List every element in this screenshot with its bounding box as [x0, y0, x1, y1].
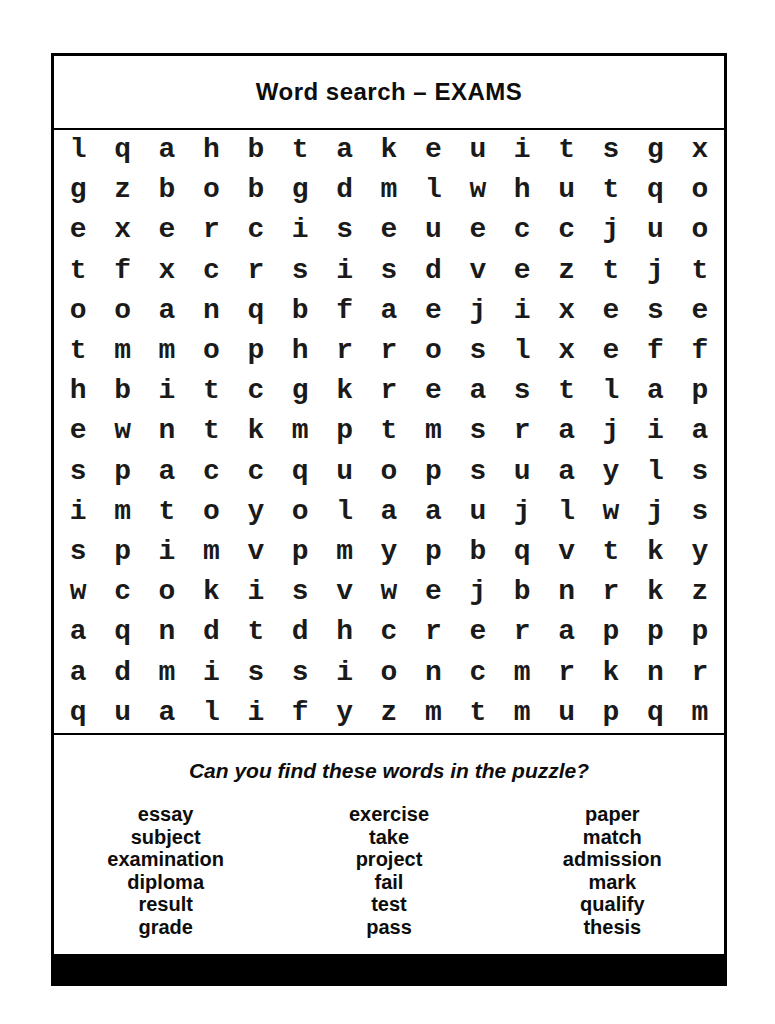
grid-cell: d: [336, 176, 353, 204]
grid-cell: u: [558, 176, 575, 204]
grid-cell: i: [336, 659, 353, 687]
grid-cell: z: [558, 257, 575, 285]
grid-cell: g: [70, 176, 87, 204]
word-item: mark: [501, 871, 724, 894]
grid-cell: a: [159, 699, 176, 727]
grid-cell: s: [603, 136, 620, 164]
word-item: grade: [54, 916, 277, 939]
grid-cell: u: [114, 699, 131, 727]
grid-cell: r: [558, 659, 575, 687]
grid-cell: r: [203, 216, 220, 244]
grid-cell: m: [514, 699, 531, 727]
grid-cell: j: [603, 216, 620, 244]
grid-cell: l: [203, 699, 220, 727]
word-item: qualify: [501, 893, 724, 916]
grid-cell: i: [292, 216, 309, 244]
grid-cell: f: [691, 337, 708, 365]
words-section: Can you find these words in the puzzle? …: [54, 735, 724, 954]
grid-cell: n: [159, 618, 176, 646]
grid-cell: a: [647, 377, 664, 405]
grid-cell: r: [247, 257, 264, 285]
grid-cell: p: [647, 618, 664, 646]
puzzle-frame: Word search – EXAMS lqahbtakeuitsgxgzbob…: [51, 53, 727, 986]
grid-cell: c: [203, 458, 220, 486]
grid-cell: z: [114, 176, 131, 204]
grid-cell: n: [425, 659, 442, 687]
grid-cell: j: [469, 297, 486, 325]
grid-cell: j: [469, 578, 486, 606]
grid-cell: i: [647, 417, 664, 445]
grid-cell: t: [159, 498, 176, 526]
grid-cell: e: [70, 417, 87, 445]
word-item: take: [277, 826, 500, 849]
grid-cell: u: [558, 699, 575, 727]
grid-cell: t: [603, 176, 620, 204]
grid-cell: o: [203, 337, 220, 365]
grid-cell: c: [247, 216, 264, 244]
word-item: thesis: [501, 916, 724, 939]
grid-cell: y: [247, 498, 264, 526]
grid-cell: x: [691, 136, 708, 164]
grid-cell: e: [469, 618, 486, 646]
grid-cell: b: [159, 176, 176, 204]
grid-cell: x: [558, 337, 575, 365]
grid-cell: t: [469, 699, 486, 727]
grid-cell: s: [292, 659, 309, 687]
grid-cell: s: [247, 659, 264, 687]
grid-cell: l: [70, 136, 87, 164]
grid-cell: e: [603, 297, 620, 325]
word-search-grid: lqahbtakeuitsgxgzbobgdmlwhutqoexerciseue…: [54, 130, 724, 735]
grid-cell: o: [381, 458, 398, 486]
grid-cell: w: [381, 578, 398, 606]
grid-cell: u: [425, 216, 442, 244]
grid-cell: m: [159, 659, 176, 687]
word-column: papermatchadmissionmarkqualifythesis: [501, 803, 724, 938]
grid-cell: l: [603, 377, 620, 405]
grid-cell: t: [70, 337, 87, 365]
grid-cell: r: [381, 377, 398, 405]
grid-cell: u: [336, 458, 353, 486]
grid-cell: e: [70, 216, 87, 244]
word-item: examination: [54, 848, 277, 871]
grid-cell: m: [691, 699, 708, 727]
grid-cell: y: [381, 538, 398, 566]
grid-cell: a: [159, 297, 176, 325]
grid-cell: w: [70, 578, 87, 606]
grid-cell: t: [70, 257, 87, 285]
grid-cell: p: [114, 538, 131, 566]
grid-cell: t: [247, 618, 264, 646]
grid-cell: m: [514, 659, 531, 687]
grid-cell: u: [514, 458, 531, 486]
grid-cell: t: [558, 377, 575, 405]
puzzle-page: Word search – EXAMS lqahbtakeuitsgxgzbob…: [0, 0, 775, 1024]
grid-cell: e: [381, 216, 398, 244]
grid-cell: d: [114, 659, 131, 687]
grid-cell: t: [203, 377, 220, 405]
grid-cell: q: [70, 699, 87, 727]
grid-cell: p: [691, 618, 708, 646]
grid-cell: l: [647, 458, 664, 486]
grid-cell: c: [381, 618, 398, 646]
grid-cell: r: [381, 337, 398, 365]
grid-cell: p: [603, 618, 620, 646]
grid-cell: m: [292, 417, 309, 445]
title-section: Word search – EXAMS: [54, 56, 724, 130]
grid-cell: v: [247, 538, 264, 566]
grid-cell: f: [336, 297, 353, 325]
grid-cell: p: [336, 417, 353, 445]
word-column: essaysubjectexaminationdiplomaresultgrad…: [54, 803, 277, 938]
grid-cell: i: [336, 257, 353, 285]
grid-cell: a: [381, 498, 398, 526]
grid-cell: l: [425, 176, 442, 204]
grid-cell: k: [647, 578, 664, 606]
word-item: paper: [501, 803, 724, 826]
grid-cell: e: [425, 377, 442, 405]
grid-cell: t: [691, 257, 708, 285]
grid-cell: s: [70, 538, 87, 566]
grid-cell: c: [247, 377, 264, 405]
grid-cell: a: [70, 659, 87, 687]
grid-cell: k: [203, 578, 220, 606]
grid-cell: q: [114, 618, 131, 646]
grid-cell: c: [114, 578, 131, 606]
grid-cell: c: [203, 257, 220, 285]
grid-cell: k: [336, 377, 353, 405]
grid-cell: w: [603, 498, 620, 526]
grid-cell: s: [514, 377, 531, 405]
grid-cell: o: [114, 297, 131, 325]
grid-cell: d: [425, 257, 442, 285]
grid-cell: x: [159, 257, 176, 285]
grid-cell: r: [514, 618, 531, 646]
word-column: exercisetakeprojectfailtestpass: [277, 803, 500, 938]
grid-cell: k: [381, 136, 398, 164]
word-item: admission: [501, 848, 724, 871]
grid-cell: e: [159, 216, 176, 244]
grid-cell: p: [603, 699, 620, 727]
grid-cell: s: [292, 257, 309, 285]
grid-cell: e: [425, 297, 442, 325]
grid-cell: e: [425, 136, 442, 164]
grid-cell: m: [381, 176, 398, 204]
grid-cell: h: [514, 176, 531, 204]
grid-cell: a: [425, 498, 442, 526]
grid-cell: i: [514, 297, 531, 325]
grid-cell: z: [381, 699, 398, 727]
word-item: match: [501, 826, 724, 849]
grid-cell: c: [469, 659, 486, 687]
grid-cell: r: [514, 417, 531, 445]
grid-cell: w: [114, 417, 131, 445]
grid-cell: f: [292, 699, 309, 727]
grid-cell: u: [647, 216, 664, 244]
grid-cell: h: [336, 618, 353, 646]
grid-cell: y: [603, 458, 620, 486]
grid-cell: o: [425, 337, 442, 365]
word-item: exercise: [277, 803, 500, 826]
grid-cell: s: [381, 257, 398, 285]
grid-cell: j: [647, 257, 664, 285]
grid-cell: c: [558, 216, 575, 244]
grid-cell: a: [558, 458, 575, 486]
grid-cell: a: [159, 136, 176, 164]
grid-cell: f: [114, 257, 131, 285]
grid-cell: x: [114, 216, 131, 244]
grid-cell: v: [336, 578, 353, 606]
grid-cell: d: [203, 618, 220, 646]
grid-cell: s: [292, 578, 309, 606]
grid-cell: b: [114, 377, 131, 405]
word-item: test: [277, 893, 500, 916]
word-list: essaysubjectexaminationdiplomaresultgrad…: [54, 803, 724, 938]
grid-cell: l: [514, 337, 531, 365]
grid-cell: n: [203, 297, 220, 325]
grid-cell: q: [292, 458, 309, 486]
grid-cell: o: [203, 176, 220, 204]
grid-cell: c: [247, 458, 264, 486]
grid-cell: a: [691, 417, 708, 445]
grid-cell: s: [691, 458, 708, 486]
grid-cell: r: [691, 659, 708, 687]
grid-cell: e: [691, 297, 708, 325]
grid-cell: v: [558, 538, 575, 566]
word-list-prompt: Can you find these words in the puzzle?: [54, 759, 724, 783]
grid-cell: n: [159, 417, 176, 445]
word-item: subject: [54, 826, 277, 849]
grid-cell: y: [336, 699, 353, 727]
grid-cell: s: [647, 297, 664, 325]
word-item: fail: [277, 871, 500, 894]
grid-cell: b: [469, 538, 486, 566]
grid-cell: m: [114, 337, 131, 365]
grid-cell: a: [159, 458, 176, 486]
grid-cell: n: [558, 578, 575, 606]
grid-cell: s: [70, 458, 87, 486]
grid-cell: j: [603, 417, 620, 445]
grid-cell: p: [247, 337, 264, 365]
grid-cell: e: [469, 216, 486, 244]
grid-cell: m: [425, 417, 442, 445]
word-item: diploma: [54, 871, 277, 894]
grid-cell: j: [514, 498, 531, 526]
grid-cell: o: [691, 216, 708, 244]
grid-cell: p: [292, 538, 309, 566]
grid-cell: n: [647, 659, 664, 687]
grid-cell: s: [691, 498, 708, 526]
grid-cell: t: [203, 417, 220, 445]
word-item: project: [277, 848, 500, 871]
grid-cell: k: [247, 417, 264, 445]
grid-cell: b: [247, 136, 264, 164]
grid-cell: u: [469, 136, 486, 164]
grid-cell: p: [114, 458, 131, 486]
grid-cell: g: [647, 136, 664, 164]
grid-cell: m: [159, 337, 176, 365]
grid-cell: p: [691, 377, 708, 405]
grid-cell: l: [336, 498, 353, 526]
word-item: pass: [277, 916, 500, 939]
grid-cell: o: [292, 498, 309, 526]
grid-cell: d: [292, 618, 309, 646]
grid-cell: e: [425, 578, 442, 606]
grid-cell: u: [469, 498, 486, 526]
grid-cell: t: [292, 136, 309, 164]
grid-cell: g: [292, 176, 309, 204]
grid-cell: a: [558, 417, 575, 445]
grid-cell: b: [292, 297, 309, 325]
grid-cell: i: [159, 377, 176, 405]
grid-cell: k: [647, 538, 664, 566]
word-item: essay: [54, 803, 277, 826]
grid-cell: a: [381, 297, 398, 325]
grid-cell: x: [558, 297, 575, 325]
grid-cell: q: [647, 699, 664, 727]
grid-cell: t: [603, 538, 620, 566]
grid-cell: r: [603, 578, 620, 606]
grid-cell: b: [247, 176, 264, 204]
grid-cell: m: [203, 538, 220, 566]
grid-cell: i: [70, 498, 87, 526]
word-item: result: [54, 893, 277, 916]
grid-cell: w: [469, 176, 486, 204]
grid-cell: j: [647, 498, 664, 526]
grid-cell: t: [558, 136, 575, 164]
grid-cell: i: [159, 538, 176, 566]
grid-cell: o: [203, 498, 220, 526]
grid-cell: a: [469, 377, 486, 405]
grid-cell: q: [114, 136, 131, 164]
grid-cell: c: [514, 216, 531, 244]
grid-cell: r: [336, 337, 353, 365]
grid-cell: z: [691, 578, 708, 606]
grid-cell: g: [292, 377, 309, 405]
grid-cell: i: [247, 578, 264, 606]
grid-cell: a: [336, 136, 353, 164]
footer-bar: [54, 954, 724, 983]
grid-cell: i: [514, 136, 531, 164]
grid-cell: k: [603, 659, 620, 687]
grid-cell: l: [558, 498, 575, 526]
grid-cell: h: [292, 337, 309, 365]
grid-cell: b: [514, 578, 531, 606]
grid-cell: o: [381, 659, 398, 687]
grid-cell: m: [336, 538, 353, 566]
grid-cell: f: [647, 337, 664, 365]
grid-cell: m: [425, 699, 442, 727]
grid-cell: q: [514, 538, 531, 566]
grid-cell: s: [336, 216, 353, 244]
grid-cell: a: [558, 618, 575, 646]
grid-cell: m: [114, 498, 131, 526]
grid-cell: o: [70, 297, 87, 325]
grid-cell: i: [247, 699, 264, 727]
page-title: Word search – EXAMS: [256, 78, 522, 106]
grid-cell: h: [70, 377, 87, 405]
grid-cell: e: [514, 257, 531, 285]
grid-cell: r: [425, 618, 442, 646]
grid-cell: o: [159, 578, 176, 606]
grid-cell: v: [469, 257, 486, 285]
grid-cell: t: [603, 257, 620, 285]
grid-cell: y: [691, 538, 708, 566]
grid-cell: p: [425, 458, 442, 486]
grid-cell: e: [603, 337, 620, 365]
grid-cell: p: [425, 538, 442, 566]
grid-cell: o: [691, 176, 708, 204]
grid-cell: s: [469, 458, 486, 486]
grid-cell: i: [203, 659, 220, 687]
grid-cell: a: [70, 618, 87, 646]
grid-cell: s: [469, 417, 486, 445]
grid-cell: q: [247, 297, 264, 325]
grid-cell: t: [381, 417, 398, 445]
grid-cell: q: [647, 176, 664, 204]
grid-cell: s: [469, 337, 486, 365]
grid-cell: h: [203, 136, 220, 164]
